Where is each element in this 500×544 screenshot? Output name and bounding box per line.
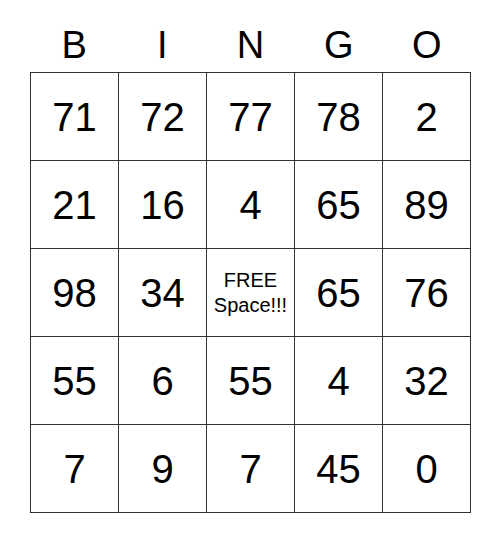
free-space-line1: FREE (224, 268, 277, 293)
bingo-cell-r5c3[interactable]: 7 (207, 425, 295, 513)
free-space-cell[interactable]: FREE Space!!! (207, 249, 295, 337)
bingo-cell-r4c5[interactable]: 32 (383, 337, 471, 425)
bingo-cell-r4c3[interactable]: 55 (207, 337, 295, 425)
bingo-cell-r2c1[interactable]: 21 (31, 161, 119, 249)
bingo-cell-r5c1[interactable]: 7 (31, 425, 119, 513)
free-space-line2: Space!!! (214, 293, 287, 318)
header-letter-g: G (295, 0, 383, 72)
bingo-cell-r1c4[interactable]: 78 (295, 73, 383, 161)
bingo-cell-r2c4[interactable]: 65 (295, 161, 383, 249)
bingo-cell-r3c4[interactable]: 65 (295, 249, 383, 337)
bingo-cell-r2c3[interactable]: 4 (207, 161, 295, 249)
bingo-cell-r1c3[interactable]: 77 (207, 73, 295, 161)
bingo-cell-r5c4[interactable]: 45 (295, 425, 383, 513)
bingo-header: B I N G O (30, 0, 471, 72)
bingo-cell-r1c5[interactable]: 2 (383, 73, 471, 161)
bingo-cell-r3c5[interactable]: 76 (383, 249, 471, 337)
bingo-cell-r4c1[interactable]: 55 (31, 337, 119, 425)
bingo-cell-r1c1[interactable]: 71 (31, 73, 119, 161)
bingo-cell-r4c2[interactable]: 6 (119, 337, 207, 425)
bingo-card: B I N G O 71 72 77 78 2 21 16 4 65 89 98… (0, 0, 500, 544)
header-letter-n: N (206, 0, 294, 72)
bingo-cell-r5c5[interactable]: 0 (383, 425, 471, 513)
bingo-cell-r3c1[interactable]: 98 (31, 249, 119, 337)
header-letter-o: O (383, 0, 471, 72)
bingo-board: 71 72 77 78 2 21 16 4 65 89 98 34 FREE S… (30, 72, 471, 513)
bingo-cell-r1c2[interactable]: 72 (119, 73, 207, 161)
bingo-cell-r2c2[interactable]: 16 (119, 161, 207, 249)
bingo-cell-r2c5[interactable]: 89 (383, 161, 471, 249)
header-letter-i: I (118, 0, 206, 72)
bingo-cell-r3c2[interactable]: 34 (119, 249, 207, 337)
bingo-cell-r4c4[interactable]: 4 (295, 337, 383, 425)
bingo-cell-r5c2[interactable]: 9 (119, 425, 207, 513)
header-letter-b: B (30, 0, 118, 72)
